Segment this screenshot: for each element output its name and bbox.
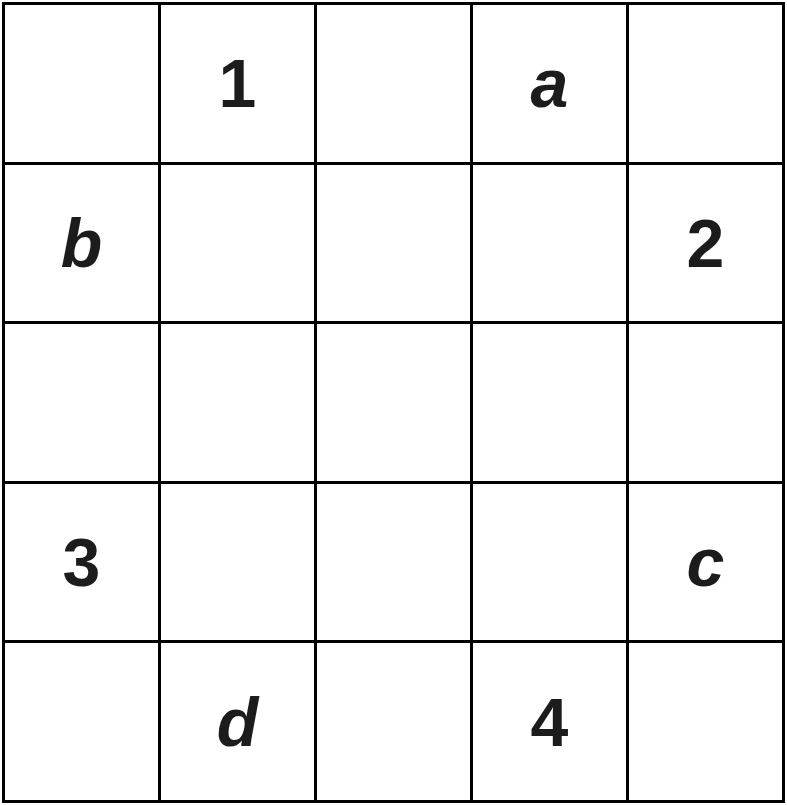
grid-cell-r1c5 [629, 5, 782, 162]
grid-cell-r1c4: a [473, 5, 626, 162]
grid-cell-r3c1 [5, 324, 158, 481]
grid-cell-r5c4: 4 [473, 643, 626, 800]
grid-cell-r1c1 [5, 5, 158, 162]
grid-cell-r3c3 [317, 324, 470, 481]
grid-cell-r1c2: 1 [161, 5, 314, 162]
grid-cell-r3c4 [473, 324, 626, 481]
grid-cell-r4c5: c [629, 484, 782, 641]
grid-cell-r3c5 [629, 324, 782, 481]
grid-cell-r3c2 [161, 324, 314, 481]
grid-cell-r4c2 [161, 484, 314, 641]
grid-cell-r4c4 [473, 484, 626, 641]
grid-cell-r2c1: b [5, 165, 158, 322]
grid-cell-r4c1: 3 [5, 484, 158, 641]
grid-cell-r1c3 [317, 5, 470, 162]
grid-cell-r2c3 [317, 165, 470, 322]
grid-cell-r5c1 [5, 643, 158, 800]
grid-cell-r5c2: d [161, 643, 314, 800]
grid-cell-r2c4 [473, 165, 626, 322]
grid-cell-r4c3 [317, 484, 470, 641]
grid-cell-r2c5: 2 [629, 165, 782, 322]
puzzle-diagram: 1ab23cd4 [0, 0, 787, 805]
grid-cell-r5c3 [317, 643, 470, 800]
grid-cell-r2c2 [161, 165, 314, 322]
puzzle-grid: 1ab23cd4 [2, 2, 785, 803]
grid-cell-r5c5 [629, 643, 782, 800]
